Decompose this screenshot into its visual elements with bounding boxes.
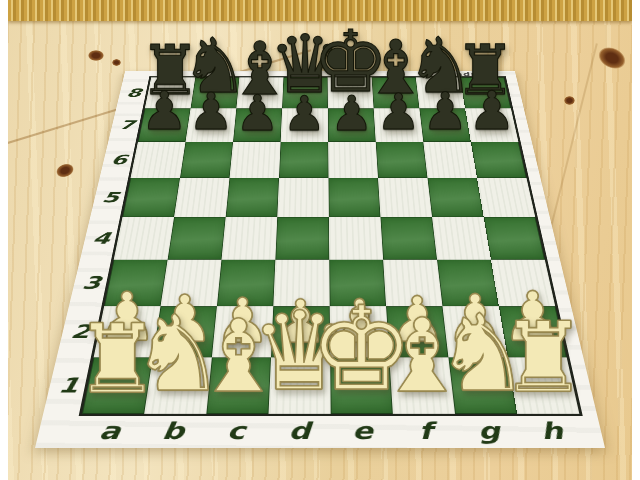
square-c5 [226,178,279,217]
square-a4 [114,217,174,260]
square-e3 [329,260,386,307]
square-f7 [374,108,424,141]
square-e2 [330,306,390,357]
square-h2 [499,306,567,357]
square-b8 [191,77,240,108]
square-d6 [279,142,328,178]
file-label-f: f [418,417,434,444]
square-e1 [330,357,393,413]
rank-label-6: 6 [109,152,128,167]
square-a2 [94,306,161,357]
wood-knot [54,161,75,179]
square-g6 [423,142,477,178]
square-d1 [269,357,331,413]
square-h1 [508,357,580,413]
chess-board-wrap: Xadrez 87654321 abcdefgh [35,71,605,448]
square-h5 [477,178,535,217]
rank-label-2: 2 [69,320,93,342]
file-label-a: a [97,417,122,444]
file-label-e: e [352,417,374,444]
square-e4 [329,217,383,260]
square-d3 [273,260,329,307]
square-a3 [104,260,167,307]
square-b3 [161,260,222,307]
square-b4 [168,217,226,260]
square-c7 [233,108,282,141]
square-d2 [271,306,330,357]
square-a8 [145,77,195,108]
square-h6 [471,142,527,178]
square-g4 [432,217,491,260]
square-e6 [328,142,378,178]
square-h8 [460,77,511,108]
board-brand-text: Xadrez [447,71,490,77]
square-b5 [174,178,229,217]
square-f4 [380,217,437,260]
square-d5 [277,178,329,217]
square-c2 [212,306,273,357]
wood-knot [88,50,104,61]
wood-knot [595,43,629,73]
square-d7 [281,108,329,141]
square-h7 [465,108,518,141]
chess-board-mat: Xadrez 87654321 abcdefgh [35,71,605,448]
square-b1 [144,357,212,413]
square-a1 [82,357,153,413]
square-f3 [383,260,442,307]
rank-label-4: 4 [91,229,112,247]
woven-straw-band [8,0,632,21]
square-e8 [328,77,374,108]
photo-scene: Xadrez 87654321 abcdefgh [8,0,632,480]
square-g5 [427,178,483,217]
square-b6 [180,142,233,178]
square-f5 [378,178,432,217]
square-e7 [328,108,376,141]
wood-knot [564,96,575,105]
square-f8 [372,77,420,108]
square-g3 [437,260,499,307]
rank-label-1: 1 [56,373,81,397]
square-g1 [448,357,517,413]
wood-knot [112,59,121,66]
file-label-h: h [538,417,565,444]
square-g8 [416,77,465,108]
square-c6 [230,142,281,178]
square-e5 [329,178,381,217]
square-f6 [376,142,428,178]
rank-label-8: 8 [125,86,143,99]
board-grid [82,77,579,413]
square-d4 [275,217,329,260]
square-h4 [484,217,545,260]
square-a5 [122,178,180,217]
square-g7 [419,108,470,141]
square-d8 [282,77,328,108]
square-f2 [386,306,448,357]
square-f1 [389,357,455,413]
file-label-c: c [226,417,246,444]
square-a6 [131,142,186,178]
rank-label-7: 7 [118,118,136,132]
square-b7 [186,108,237,141]
square-b2 [153,306,217,357]
file-label-d: d [288,417,310,444]
square-c3 [217,260,275,307]
square-g2 [442,306,507,357]
square-c4 [221,217,277,260]
square-a7 [138,108,191,141]
file-label-b: b [160,417,185,444]
rank-label-5: 5 [101,189,121,206]
square-c8 [236,77,283,108]
square-h3 [491,260,555,307]
file-label-g: g [476,417,502,444]
square-c1 [206,357,271,413]
rank-label-3: 3 [81,273,103,293]
